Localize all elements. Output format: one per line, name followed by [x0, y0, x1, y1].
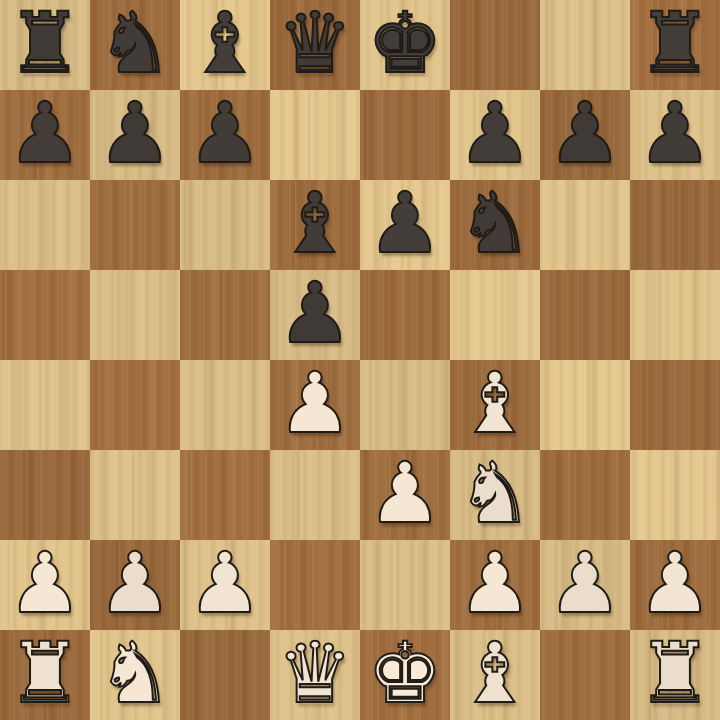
white-pawn[interactable]: ♟: [7, 538, 82, 628]
black-rook[interactable]: ♜: [7, 0, 82, 88]
square-f4[interactable]: ♝: [450, 360, 540, 450]
square-h3[interactable]: [630, 450, 720, 540]
square-h7[interactable]: ♟: [630, 90, 720, 180]
square-c1[interactable]: [180, 630, 270, 720]
black-pawn[interactable]: ♟: [457, 88, 532, 178]
square-f2[interactable]: ♟: [450, 540, 540, 630]
square-d7[interactable]: [270, 90, 360, 180]
white-pawn[interactable]: ♟: [187, 538, 262, 628]
square-d2[interactable]: [270, 540, 360, 630]
square-c8[interactable]: ♝: [180, 0, 270, 90]
square-g4[interactable]: [540, 360, 630, 450]
black-pawn[interactable]: ♟: [637, 88, 712, 178]
square-e6[interactable]: ♟: [360, 180, 450, 270]
square-a4[interactable]: [0, 360, 90, 450]
square-f1[interactable]: ♝: [450, 630, 540, 720]
black-pawn[interactable]: ♟: [367, 178, 442, 268]
square-b7[interactable]: ♟: [90, 90, 180, 180]
square-c7[interactable]: ♟: [180, 90, 270, 180]
black-king[interactable]: ♚: [367, 0, 442, 88]
square-h5[interactable]: [630, 270, 720, 360]
square-d3[interactable]: [270, 450, 360, 540]
square-b6[interactable]: [90, 180, 180, 270]
white-knight[interactable]: ♞: [97, 628, 172, 718]
square-f5[interactable]: [450, 270, 540, 360]
square-e8[interactable]: ♚: [360, 0, 450, 90]
square-g8[interactable]: [540, 0, 630, 90]
square-e1[interactable]: ♚: [360, 630, 450, 720]
square-g3[interactable]: [540, 450, 630, 540]
black-pawn[interactable]: ♟: [547, 88, 622, 178]
square-h4[interactable]: [630, 360, 720, 450]
square-a1[interactable]: ♜: [0, 630, 90, 720]
black-knight[interactable]: ♞: [97, 0, 172, 88]
chess-app-window: ♜♞♝♛♚♜♟♟♟♟♟♟♝♟♞♟♟♝♟♞♟♟♟♟♟♟♜♞♛♚♝♜: [0, 0, 720, 720]
white-bishop[interactable]: ♝: [457, 628, 532, 718]
white-queen[interactable]: ♛: [277, 628, 352, 718]
square-d1[interactable]: ♛: [270, 630, 360, 720]
square-b5[interactable]: [90, 270, 180, 360]
white-pawn[interactable]: ♟: [97, 538, 172, 628]
square-d8[interactable]: ♛: [270, 0, 360, 90]
square-b3[interactable]: [90, 450, 180, 540]
black-pawn[interactable]: ♟: [7, 88, 82, 178]
square-a6[interactable]: [0, 180, 90, 270]
square-h8[interactable]: ♜: [630, 0, 720, 90]
chess-board: ♜♞♝♛♚♜♟♟♟♟♟♟♝♟♞♟♟♝♟♞♟♟♟♟♟♟♜♞♛♚♝♜: [0, 0, 720, 720]
square-f8[interactable]: [450, 0, 540, 90]
square-e3[interactable]: ♟: [360, 450, 450, 540]
square-h1[interactable]: ♜: [630, 630, 720, 720]
square-c4[interactable]: [180, 360, 270, 450]
square-c3[interactable]: [180, 450, 270, 540]
square-b8[interactable]: ♞: [90, 0, 180, 90]
white-pawn[interactable]: ♟: [457, 538, 532, 628]
white-king[interactable]: ♚: [367, 628, 442, 718]
square-f6[interactable]: ♞: [450, 180, 540, 270]
black-pawn[interactable]: ♟: [277, 268, 352, 358]
square-h2[interactable]: ♟: [630, 540, 720, 630]
black-rook[interactable]: ♜: [637, 0, 712, 88]
square-a7[interactable]: ♟: [0, 90, 90, 180]
square-a8[interactable]: ♜: [0, 0, 90, 90]
square-d4[interactable]: ♟: [270, 360, 360, 450]
square-g7[interactable]: ♟: [540, 90, 630, 180]
square-a5[interactable]: [0, 270, 90, 360]
black-pawn[interactable]: ♟: [187, 88, 262, 178]
square-e2[interactable]: [360, 540, 450, 630]
square-c2[interactable]: ♟: [180, 540, 270, 630]
black-queen[interactable]: ♛: [277, 0, 352, 88]
white-rook[interactable]: ♜: [7, 628, 82, 718]
square-g2[interactable]: ♟: [540, 540, 630, 630]
white-pawn[interactable]: ♟: [367, 448, 442, 538]
square-b2[interactable]: ♟: [90, 540, 180, 630]
square-a2[interactable]: ♟: [0, 540, 90, 630]
square-e7[interactable]: [360, 90, 450, 180]
square-c5[interactable]: [180, 270, 270, 360]
square-e4[interactable]: [360, 360, 450, 450]
white-pawn[interactable]: ♟: [637, 538, 712, 628]
square-a3[interactable]: [0, 450, 90, 540]
square-h6[interactable]: [630, 180, 720, 270]
white-pawn[interactable]: ♟: [547, 538, 622, 628]
black-pawn[interactable]: ♟: [97, 88, 172, 178]
square-d6[interactable]: ♝: [270, 180, 360, 270]
square-d5[interactable]: ♟: [270, 270, 360, 360]
white-knight[interactable]: ♞: [457, 448, 532, 538]
black-bishop[interactable]: ♝: [277, 178, 352, 268]
black-knight[interactable]: ♞: [457, 178, 532, 268]
white-rook[interactable]: ♜: [637, 628, 712, 718]
square-e5[interactable]: [360, 270, 450, 360]
square-b4[interactable]: [90, 360, 180, 450]
square-g5[interactable]: [540, 270, 630, 360]
white-pawn[interactable]: ♟: [277, 358, 352, 448]
white-bishop[interactable]: ♝: [457, 358, 532, 448]
square-f7[interactable]: ♟: [450, 90, 540, 180]
square-b1[interactable]: ♞: [90, 630, 180, 720]
square-g1[interactable]: [540, 630, 630, 720]
square-g6[interactable]: [540, 180, 630, 270]
square-c6[interactable]: [180, 180, 270, 270]
square-f3[interactable]: ♞: [450, 450, 540, 540]
black-bishop[interactable]: ♝: [187, 0, 262, 88]
